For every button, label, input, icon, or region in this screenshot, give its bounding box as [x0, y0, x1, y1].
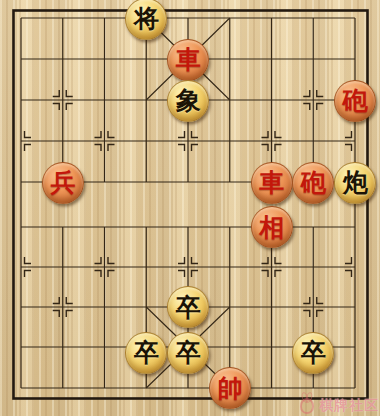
intersection-4-4[interactable]	[167, 162, 209, 203]
intersection-4-7[interactable]: 卒	[167, 283, 209, 332]
intersection-3-8[interactable]: 卒	[125, 332, 167, 363]
intersection-1-3[interactable]	[42, 121, 84, 162]
intersection-4-3[interactable]	[167, 121, 209, 162]
intersection-5-6[interactable]	[209, 252, 251, 283]
piece-red-cannon[interactable]: 砲	[292, 162, 334, 204]
intersection-2-8[interactable]	[84, 332, 126, 363]
intersection-1-0[interactable]	[42, 0, 84, 39]
intersection-2-4[interactable]	[84, 162, 126, 203]
intersection-2-9[interactable]	[84, 363, 126, 414]
intersection-5-4[interactable]	[209, 162, 251, 203]
intersection-7-4[interactable]: 砲	[292, 162, 334, 203]
intersection-0-4[interactable]	[0, 162, 42, 203]
intersection-4-1[interactable]: 車	[167, 39, 209, 80]
intersection-7-6[interactable]	[292, 252, 334, 283]
intersection-0-1[interactable]	[0, 39, 42, 80]
intersection-8-6[interactable]	[334, 252, 376, 283]
intersection-8-1[interactable]	[334, 39, 376, 80]
piece-red-cannon[interactable]: 砲	[334, 80, 376, 122]
intersection-3-5[interactable]	[125, 203, 167, 252]
piece-red-soldier[interactable]: 兵	[42, 162, 84, 204]
intersection-2-1[interactable]	[84, 39, 126, 80]
intersection-1-4[interactable]: 兵	[42, 162, 84, 203]
intersection-5-1[interactable]	[209, 39, 251, 80]
intersection-7-8[interactable]: 卒	[292, 332, 334, 363]
piece-black-elephant[interactable]: 象	[167, 80, 209, 122]
intersection-6-9[interactable]	[251, 363, 293, 414]
intersection-3-1[interactable]	[125, 39, 167, 80]
intersection-6-7[interactable]	[251, 283, 293, 332]
intersection-0-2[interactable]	[0, 80, 42, 121]
intersection-3-3[interactable]	[125, 121, 167, 162]
intersection-3-2[interactable]	[125, 80, 167, 121]
intersection-6-3[interactable]	[251, 121, 293, 162]
intersection-8-0[interactable]	[334, 0, 376, 39]
intersection-5-9[interactable]: 帥	[209, 363, 251, 414]
intersection-0-9[interactable]	[0, 363, 42, 414]
intersection-0-8[interactable]	[0, 332, 42, 363]
piece-black-soldier[interactable]: 卒	[167, 286, 209, 328]
intersection-4-6[interactable]	[167, 252, 209, 283]
intersection-7-0[interactable]	[292, 0, 334, 39]
board-grid: 将車象砲兵車砲炮相卒卒卒卒帥	[0, 0, 376, 414]
intersection-3-7[interactable]	[125, 283, 167, 332]
piece-black-general[interactable]: 将	[125, 0, 167, 40]
intersection-8-3[interactable]	[334, 121, 376, 162]
intersection-6-2[interactable]	[251, 80, 293, 121]
intersection-8-9[interactable]	[334, 363, 376, 414]
intersection-0-0[interactable]	[0, 0, 42, 39]
intersection-2-5[interactable]	[84, 203, 126, 252]
intersection-8-2[interactable]: 砲	[334, 80, 376, 121]
intersection-1-6[interactable]	[42, 252, 84, 283]
intersection-0-7[interactable]	[0, 283, 42, 332]
intersection-6-6[interactable]	[251, 252, 293, 283]
piece-black-soldier[interactable]: 卒	[167, 332, 209, 374]
intersection-7-3[interactable]	[292, 121, 334, 162]
intersection-8-5[interactable]	[334, 203, 376, 252]
intersection-0-3[interactable]	[0, 121, 42, 162]
intersection-7-7[interactable]	[292, 283, 334, 332]
intersection-8-8[interactable]	[334, 332, 376, 363]
intersection-8-7[interactable]	[334, 283, 376, 332]
intersection-5-0[interactable]	[209, 0, 251, 39]
piece-black-soldier[interactable]: 卒	[292, 332, 334, 374]
intersection-2-7[interactable]	[84, 283, 126, 332]
intersection-2-0[interactable]	[84, 0, 126, 39]
intersection-1-2[interactable]	[42, 80, 84, 121]
intersection-7-1[interactable]	[292, 39, 334, 80]
intersection-8-4[interactable]: 炮	[334, 162, 376, 203]
piece-red-chariot[interactable]: 車	[167, 39, 209, 81]
intersection-1-5[interactable]	[42, 203, 84, 252]
intersection-1-7[interactable]	[42, 283, 84, 332]
piece-red-chariot[interactable]: 車	[251, 162, 293, 204]
intersection-3-6[interactable]	[125, 252, 167, 283]
intersection-1-8[interactable]	[42, 332, 84, 363]
intersection-7-5[interactable]	[292, 203, 334, 252]
intersection-5-8[interactable]	[209, 332, 251, 363]
intersection-6-8[interactable]	[251, 332, 293, 363]
intersection-6-1[interactable]	[251, 39, 293, 80]
intersection-4-5[interactable]	[167, 203, 209, 252]
intersection-4-0[interactable]	[167, 0, 209, 39]
piece-black-cannon[interactable]: 炮	[334, 162, 376, 204]
intersection-6-5[interactable]: 相	[251, 203, 293, 252]
intersection-1-9[interactable]	[42, 363, 84, 414]
piece-red-elephant[interactable]: 相	[251, 206, 293, 248]
intersection-0-5[interactable]	[0, 203, 42, 252]
intersection-7-2[interactable]	[292, 80, 334, 121]
intersection-2-2[interactable]	[84, 80, 126, 121]
xiangqi-board: 棋牌社区 将車象砲兵車砲炮相卒卒卒卒帥	[0, 0, 380, 416]
intersection-5-3[interactable]	[209, 121, 251, 162]
intersection-6-4[interactable]: 車	[251, 162, 293, 203]
intersection-5-7[interactable]	[209, 283, 251, 332]
intersection-1-1[interactable]	[42, 39, 84, 80]
intersection-2-6[interactable]	[84, 252, 126, 283]
intersection-3-0[interactable]: 将	[125, 0, 167, 39]
intersection-2-3[interactable]	[84, 121, 126, 162]
intersection-3-4[interactable]	[125, 162, 167, 203]
intersection-5-5[interactable]	[209, 203, 251, 252]
intersection-4-8[interactable]: 卒	[167, 332, 209, 363]
piece-black-soldier[interactable]: 卒	[125, 332, 167, 374]
intersection-4-2[interactable]: 象	[167, 80, 209, 121]
intersection-0-6[interactable]	[0, 252, 42, 283]
piece-red-general[interactable]: 帥	[209, 367, 251, 409]
intersection-5-2[interactable]	[209, 80, 251, 121]
intersection-6-0[interactable]	[251, 0, 293, 39]
